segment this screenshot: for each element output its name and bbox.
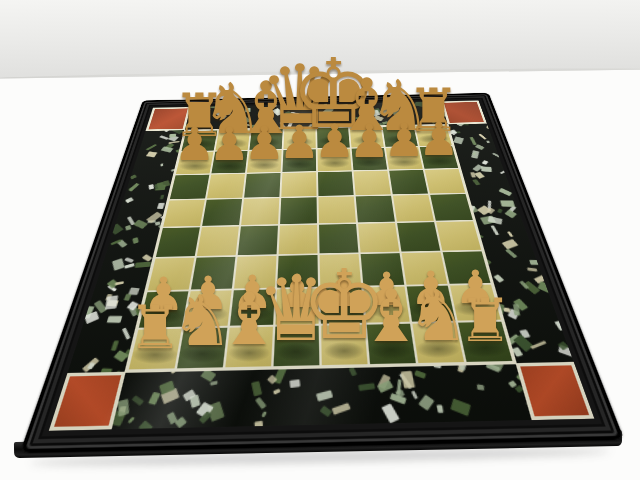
square-g5[interactable] [393,195,434,222]
square-e5[interactable] [318,196,355,223]
square-h6[interactable] [425,169,465,193]
square-g4[interactable] [397,222,440,251]
square-b4[interactable] [197,226,239,256]
square-h4[interactable] [436,221,481,250]
piece-white-rook-h1[interactable]: ♜ [458,290,512,350]
square-h5[interactable] [430,194,473,221]
piece-black-pawn-h7[interactable]: ♟ [418,116,459,162]
square-f5[interactable] [356,196,395,223]
square-c5[interactable] [241,198,279,225]
square-a4[interactable] [156,227,200,257]
square-f6[interactable] [354,171,391,195]
square-e6[interactable] [318,172,354,196]
square-a5[interactable] [163,200,205,227]
square-d5[interactable] [280,197,317,224]
square-c4[interactable] [238,226,278,256]
square-b5[interactable] [202,199,242,226]
square-c6[interactable] [244,173,280,197]
square-f4[interactable] [358,223,399,252]
square-b6[interactable] [207,174,245,199]
square-a6[interactable] [170,175,210,200]
square-d6[interactable] [281,172,316,196]
square-g6[interactable] [389,170,428,194]
